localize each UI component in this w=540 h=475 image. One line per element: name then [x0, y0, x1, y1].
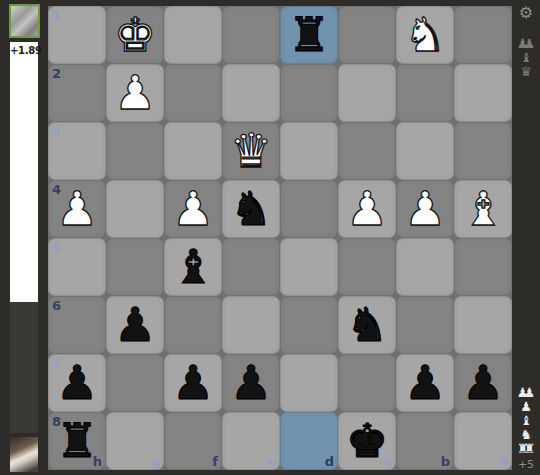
- square-d2[interactable]: [280, 64, 338, 122]
- rank-label-4: 4: [52, 183, 61, 196]
- square-b6[interactable]: [396, 296, 454, 354]
- square-h4[interactable]: 4♟: [48, 180, 106, 238]
- square-g6[interactable]: ♟: [106, 296, 164, 354]
- square-e2[interactable]: [222, 64, 280, 122]
- rank-label-6: 6: [52, 299, 61, 312]
- black-knight[interactable]: ♞: [230, 180, 272, 238]
- square-c1[interactable]: [338, 6, 396, 64]
- white-bishop[interactable]: ♝: [462, 180, 504, 238]
- square-f7[interactable]: ♟: [164, 354, 222, 412]
- square-h6[interactable]: 6: [48, 296, 106, 354]
- square-h1[interactable]: 1: [48, 6, 106, 64]
- square-f6[interactable]: [164, 296, 222, 354]
- square-c5[interactable]: [338, 238, 396, 296]
- square-a7[interactable]: ♟: [454, 354, 512, 412]
- square-a4[interactable]: ♝: [454, 180, 512, 238]
- captured-black-queen: ♛: [520, 65, 532, 79]
- evaluation-bar: +1.89: [10, 42, 38, 433]
- file-label-f: f: [212, 455, 218, 468]
- square-a6[interactable]: [454, 296, 512, 354]
- captured-white-rook-rook: ♜♜: [517, 442, 535, 456]
- square-h7[interactable]: 7♟: [48, 354, 106, 412]
- square-b3[interactable]: [396, 122, 454, 180]
- black-bishop[interactable]: ♝: [172, 238, 214, 296]
- rank-label-3: 3: [52, 125, 61, 138]
- square-e3[interactable]: ♛: [222, 122, 280, 180]
- square-g1[interactable]: ♚: [106, 6, 164, 64]
- captured-black-pieces-tray: ♟♟♝♛: [517, 37, 535, 79]
- file-label-d: d: [325, 455, 334, 468]
- file-label-c: c: [384, 455, 392, 468]
- square-f5[interactable]: ♝: [164, 238, 222, 296]
- square-e6[interactable]: [222, 296, 280, 354]
- white-player-avatar[interactable]: [9, 4, 40, 38]
- square-b8[interactable]: b: [396, 412, 454, 470]
- black-king[interactable]: ♚: [346, 412, 388, 470]
- square-a8[interactable]: a: [454, 412, 512, 470]
- square-b1[interactable]: ♞: [396, 6, 454, 64]
- square-g8[interactable]: g: [106, 412, 164, 470]
- file-label-b: b: [441, 455, 450, 468]
- square-c4[interactable]: ♟: [338, 180, 396, 238]
- square-d7[interactable]: [280, 354, 338, 412]
- square-h2[interactable]: 2: [48, 64, 106, 122]
- file-label-e: e: [267, 455, 276, 468]
- square-e5[interactable]: [222, 238, 280, 296]
- square-d4[interactable]: [280, 180, 338, 238]
- white-pawn[interactable]: ♟: [114, 64, 156, 122]
- captured-white-pieces-tray: ♟♟♟♝♞♜♜+5: [512, 386, 540, 471]
- white-pawn[interactable]: ♟: [56, 180, 98, 238]
- white-pawn[interactable]: ♟: [346, 180, 388, 238]
- square-e1[interactable]: [222, 6, 280, 64]
- square-f4[interactable]: ♟: [164, 180, 222, 238]
- chess-board[interactable]: 1♚♜♞2♟3♛4♟♟♞♟♟♝5♝6♟♞7♟♟♟♟♟8h♜gfedc♚ba: [48, 6, 512, 470]
- black-pawn[interactable]: ♟: [114, 296, 156, 354]
- evaluation-bar-white-portion: +1.89: [10, 42, 38, 302]
- rank-label-1: 1: [52, 9, 61, 22]
- square-e7[interactable]: ♟: [222, 354, 280, 412]
- square-d8[interactable]: d: [280, 412, 338, 470]
- black-player-avatar[interactable]: [10, 437, 38, 472]
- square-c6[interactable]: ♞: [338, 296, 396, 354]
- black-pawn[interactable]: ♟: [462, 354, 504, 412]
- black-pawn[interactable]: ♟: [172, 354, 214, 412]
- rank-label-5: 5: [52, 241, 61, 254]
- captured-white-pawn: ♟: [520, 400, 532, 414]
- square-h3[interactable]: 3: [48, 122, 106, 180]
- square-f2[interactable]: [164, 64, 222, 122]
- square-d1[interactable]: ♜: [280, 6, 338, 64]
- square-h8[interactable]: 8h♜: [48, 412, 106, 470]
- file-label-a: a: [499, 455, 508, 468]
- square-b4[interactable]: ♟: [396, 180, 454, 238]
- rank-label-2: 2: [52, 67, 61, 80]
- square-d5[interactable]: [280, 238, 338, 296]
- square-a1[interactable]: [454, 6, 512, 64]
- square-b5[interactable]: [396, 238, 454, 296]
- square-b2[interactable]: [396, 64, 454, 122]
- file-label-h: h: [93, 455, 102, 468]
- square-g7[interactable]: [106, 354, 164, 412]
- gear-icon[interactable]: ⚙: [519, 5, 533, 21]
- square-b7[interactable]: ♟: [396, 354, 454, 412]
- captured-white-knight: ♞: [520, 428, 532, 442]
- square-g3[interactable]: [106, 122, 164, 180]
- square-e4[interactable]: ♞: [222, 180, 280, 238]
- file-label-g: g: [151, 455, 160, 468]
- captured-black-bishop: ♝: [520, 51, 532, 65]
- rank-label-7: 7: [52, 357, 61, 370]
- black-rook[interactable]: ♜: [288, 6, 330, 64]
- square-d3[interactable]: [280, 122, 338, 180]
- square-f1[interactable]: [164, 6, 222, 64]
- square-c7[interactable]: [338, 354, 396, 412]
- white-knight[interactable]: ♞: [404, 6, 446, 64]
- square-g5[interactable]: [106, 238, 164, 296]
- square-a2[interactable]: [454, 64, 512, 122]
- material-advantage: +5: [518, 458, 534, 471]
- square-d6[interactable]: [280, 296, 338, 354]
- black-knight[interactable]: ♞: [346, 296, 388, 354]
- square-a3[interactable]: [454, 122, 512, 180]
- square-g4[interactable]: [106, 180, 164, 238]
- white-king[interactable]: ♚: [114, 6, 156, 64]
- white-pawn[interactable]: ♟: [404, 180, 446, 238]
- captured-white-bishop: ♝: [520, 414, 532, 428]
- square-g2[interactable]: ♟: [106, 64, 164, 122]
- square-c3[interactable]: [338, 122, 396, 180]
- square-e8[interactable]: e: [222, 412, 280, 470]
- white-pawn[interactable]: ♟: [172, 180, 214, 238]
- right-sidebar: ⚙ ♟♟♝♛ ♟♟♟♝♞♜♜+5: [512, 0, 540, 475]
- square-f3[interactable]: [164, 122, 222, 180]
- evaluation-score: +1.89: [10, 42, 38, 56]
- white-queen[interactable]: ♛: [230, 122, 272, 180]
- black-rook[interactable]: ♜: [56, 412, 98, 470]
- black-pawn[interactable]: ♟: [56, 354, 98, 412]
- square-a5[interactable]: [454, 238, 512, 296]
- square-c2[interactable]: [338, 64, 396, 122]
- square-f8[interactable]: f: [164, 412, 222, 470]
- captured-black-pawn-pawn: ♟♟: [517, 37, 535, 51]
- square-c8[interactable]: c♚: [338, 412, 396, 470]
- square-h5[interactable]: 5: [48, 238, 106, 296]
- captured-white-pawn-pawn: ♟♟: [517, 386, 535, 400]
- black-pawn[interactable]: ♟: [230, 354, 272, 412]
- rank-label-8: 8: [52, 415, 61, 428]
- black-pawn[interactable]: ♟: [404, 354, 446, 412]
